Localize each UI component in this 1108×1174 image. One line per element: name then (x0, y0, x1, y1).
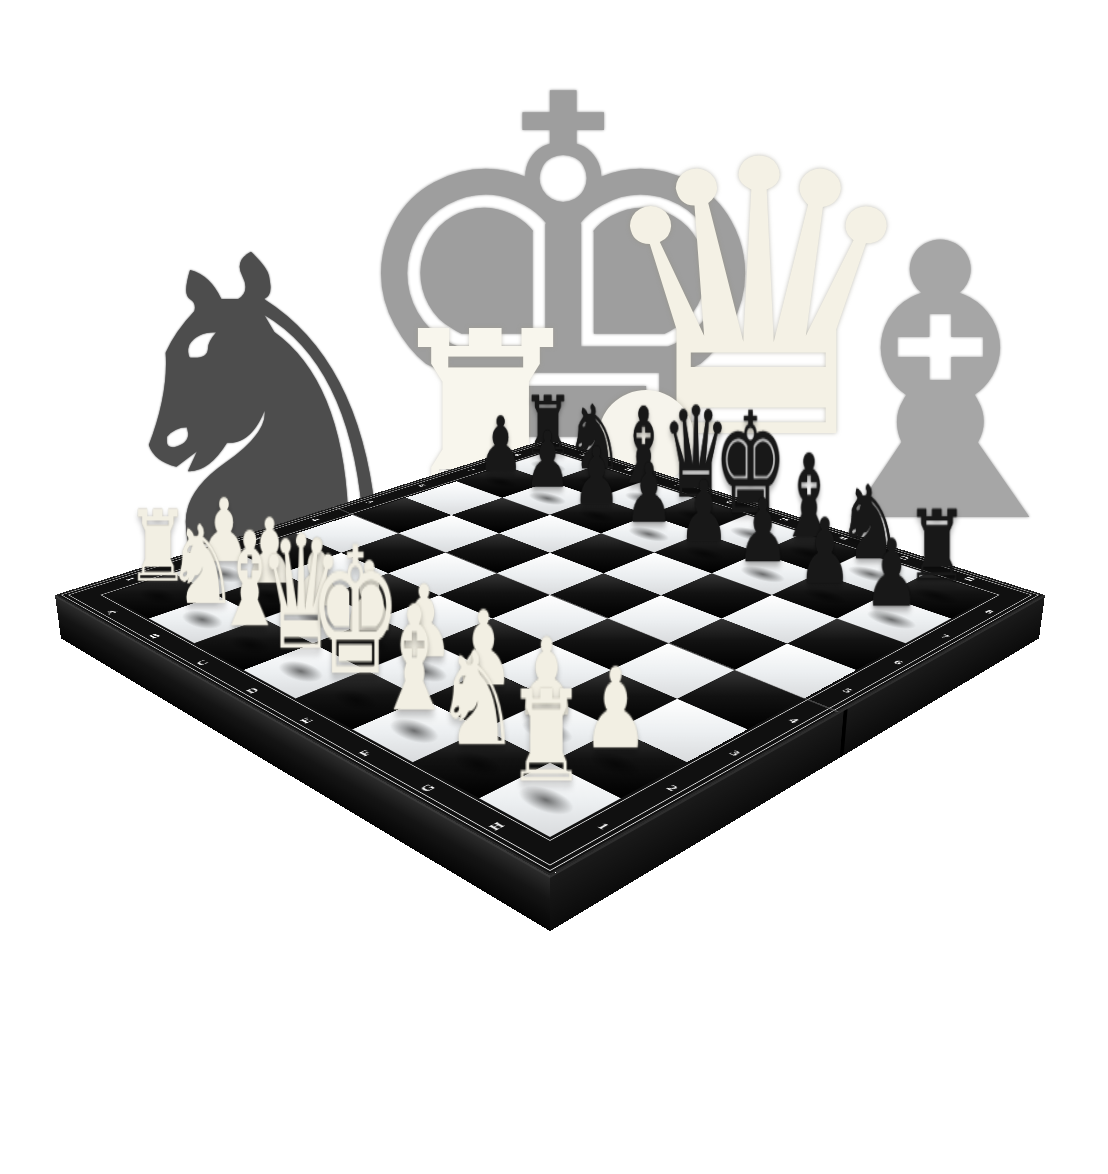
coordinate-label: G (416, 782, 439, 794)
coordinate-label: 4 (785, 716, 803, 725)
piece-glyph: ♟ (679, 469, 730, 554)
coordinate-label: C (193, 658, 212, 667)
coordinate-label: E (297, 716, 317, 726)
piece-glyph: ♟ (524, 421, 571, 499)
board-frame: ABCDEFGH ABCDEFGH 87654321 87654321 ♜♞♝♛… (55, 438, 1045, 876)
coordinate-label: 8 (982, 608, 997, 615)
coordinate-label: F (355, 748, 375, 758)
coordinate-label: D (243, 686, 262, 695)
coordinate-label: H (484, 820, 508, 833)
piece-glyph: ♟ (864, 526, 920, 619)
fold-gap (840, 709, 848, 758)
piece-glyph: ♜ (506, 674, 587, 800)
piece-glyph: ♟ (798, 506, 852, 596)
coordinate-label: 7 (938, 633, 953, 640)
coordinate-label: 2 (662, 783, 682, 793)
board-perspective-wrap: ABCDEFGH ABCDEFGH 87654321 87654321 ♜♞♝♛… (200, 245, 900, 945)
square-g6 (722, 595, 837, 643)
piece-glyph: ♟ (737, 487, 789, 574)
product-photo-scene: ♞ ♚ ♜ ♛ ♝ ABCDEFGH ABCDEFGH 87654321 876… (0, 0, 1108, 1174)
piece-glyph: ♟ (478, 406, 523, 482)
coordinate-label: 5 (839, 686, 856, 694)
coordinate-label: 6 (890, 659, 906, 667)
coordinate-label: B (146, 632, 163, 640)
board-grid: ♜♞♝♛♚♝♞♜♟♟♟♟♟♟♟♟♟♟♟♟♟♟♟♟♜♞♝♛♚♝♞♜ (106, 451, 994, 837)
coordinate-label: 6 (415, 483, 429, 488)
coordinate-label: 7 (464, 468, 477, 472)
coordinate-label: 3 (726, 748, 745, 758)
piece-glyph: ♟ (573, 436, 621, 516)
coordinate-label: 1 (593, 820, 614, 831)
piece-glyph: ♟ (582, 653, 649, 764)
chessboard: ABCDEFGH ABCDEFGH 87654321 87654321 ♜♞♝♛… (55, 438, 1045, 876)
coordinate-label: 5 (363, 500, 377, 505)
piece-glyph: ♟ (624, 452, 673, 534)
coordinate-label: A (102, 608, 119, 616)
